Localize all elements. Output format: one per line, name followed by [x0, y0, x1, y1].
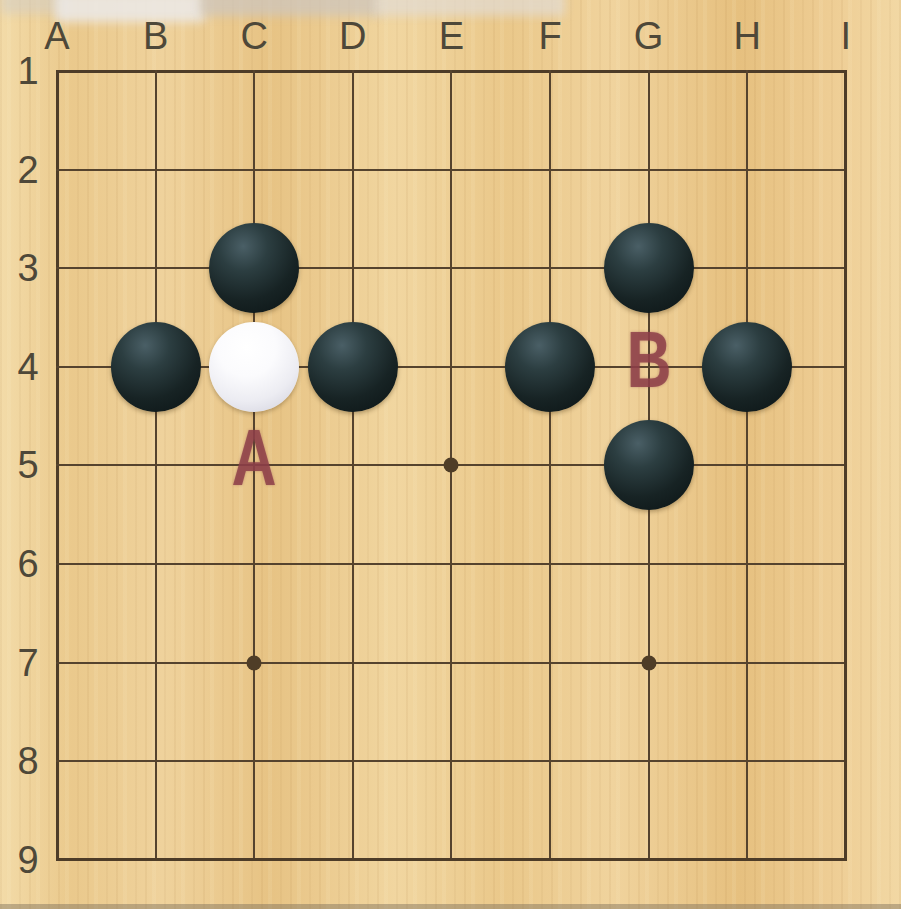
- col-label-B: B: [143, 15, 168, 58]
- black-stone-D4: [308, 322, 398, 412]
- blur-blob: [55, 0, 205, 22]
- col-label-G: G: [634, 15, 664, 58]
- blur-blob: [0, 0, 70, 14]
- col-label-F: F: [538, 15, 561, 58]
- col-label-E: E: [439, 15, 464, 58]
- col-label-D: D: [339, 15, 366, 58]
- bottom-edge-strip: [0, 904, 901, 909]
- row-label-4: 4: [17, 345, 38, 388]
- col-label-A: A: [44, 15, 69, 58]
- star-point-G7: [641, 655, 656, 670]
- marker-B[interactable]: B: [626, 313, 671, 405]
- grid-line-horizontal: [56, 760, 848, 762]
- grid-line-vertical: [844, 70, 847, 862]
- row-label-6: 6: [17, 543, 38, 586]
- grid-line-horizontal: [56, 858, 848, 861]
- grid-line-vertical: [549, 70, 551, 862]
- grid-line-horizontal: [56, 662, 848, 664]
- star-point-C7: [247, 655, 262, 670]
- black-stone-G3: [604, 223, 694, 313]
- black-stone-B4: [111, 322, 201, 412]
- grid-line-vertical: [746, 70, 748, 862]
- col-label-C: C: [240, 15, 267, 58]
- black-stone-F4: [505, 322, 595, 412]
- row-label-8: 8: [17, 740, 38, 783]
- row-label-5: 5: [17, 444, 38, 487]
- row-label-1: 1: [17, 50, 38, 93]
- row-label-2: 2: [17, 148, 38, 191]
- go-board-screen: ABCDEFGHI123456789AB: [0, 0, 901, 909]
- black-stone-C3: [209, 223, 299, 313]
- white-stone-C4: [209, 322, 299, 412]
- grid-line-horizontal: [56, 563, 848, 565]
- col-label-I: I: [841, 15, 852, 58]
- black-stone-G5: [604, 420, 694, 510]
- star-point-E5: [444, 458, 459, 473]
- col-label-H: H: [733, 15, 760, 58]
- row-label-7: 7: [17, 641, 38, 684]
- row-label-3: 3: [17, 247, 38, 290]
- black-stone-H4: [702, 322, 792, 412]
- marker-A[interactable]: A: [232, 412, 277, 504]
- row-label-9: 9: [17, 838, 38, 881]
- blur-blob: [375, 0, 565, 16]
